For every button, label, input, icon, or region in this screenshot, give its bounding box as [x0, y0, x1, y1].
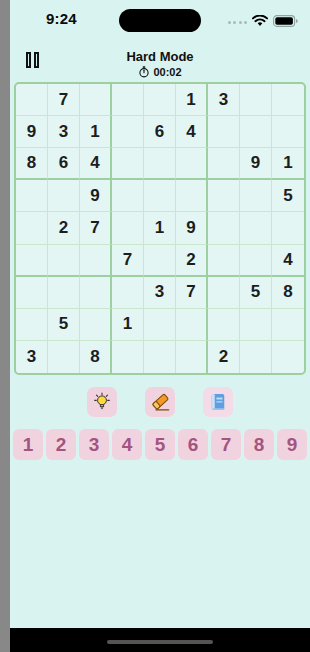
eraser-button[interactable]: [145, 387, 175, 417]
number-pad: 123456789: [13, 429, 307, 460]
sudoku-cell-r5c4[interactable]: [112, 212, 144, 244]
sudoku-cell-r1c9[interactable]: [272, 84, 304, 116]
sudoku-cell-r7c3[interactable]: [80, 277, 112, 309]
sudoku-cell-r3c9[interactable]: 1: [272, 148, 304, 180]
numpad-button-9[interactable]: 9: [277, 429, 307, 460]
sudoku-cell-r2c6[interactable]: 4: [176, 116, 208, 148]
numpad-button-6[interactable]: 6: [178, 429, 208, 460]
numpad-button-8[interactable]: 8: [244, 429, 274, 460]
numpad-button-2[interactable]: 2: [46, 429, 76, 460]
sudoku-cell-r8c7[interactable]: [208, 309, 240, 341]
sudoku-cell-r8c3[interactable]: [80, 309, 112, 341]
sudoku-cell-r8c8[interactable]: [240, 309, 272, 341]
sudoku-cell-r1c3[interactable]: [80, 84, 112, 116]
sudoku-cell-r7c6[interactable]: 7: [176, 277, 208, 309]
sudoku-cell-r9c5[interactable]: [144, 341, 176, 373]
timer-value: 00:02: [153, 66, 181, 78]
sudoku-cell-r6c9[interactable]: 4: [272, 245, 304, 277]
sudoku-cell-r7c2[interactable]: [48, 277, 80, 309]
sudoku-cell-r8c9[interactable]: [272, 309, 304, 341]
sudoku-cell-r6c8[interactable]: [240, 245, 272, 277]
tool-bar: [10, 387, 310, 417]
numpad-button-1[interactable]: 1: [13, 429, 43, 460]
sudoku-cell-r1c4[interactable]: [112, 84, 144, 116]
sudoku-cell-r4c3[interactable]: 9: [80, 180, 112, 212]
wifi-icon: [252, 13, 268, 31]
sudoku-cell-r8c4[interactable]: 1: [112, 309, 144, 341]
sudoku-cell-r5c5[interactable]: 1: [144, 212, 176, 244]
sudoku-cell-r6c6[interactable]: 2: [176, 245, 208, 277]
sudoku-cell-r5c2[interactable]: 2: [48, 212, 80, 244]
sudoku-cell-r8c1[interactable]: [16, 309, 48, 341]
sudoku-cell-r1c1[interactable]: [16, 84, 48, 116]
numpad-button-5[interactable]: 5: [145, 429, 175, 460]
sudoku-cell-r3c6[interactable]: [176, 148, 208, 180]
sudoku-cell-r8c5[interactable]: [144, 309, 176, 341]
sudoku-cell-r8c2[interactable]: 5: [48, 309, 80, 341]
sudoku-cell-r9c7[interactable]: 2: [208, 341, 240, 373]
mode-title: Hard Mode: [10, 44, 310, 64]
sudoku-cell-r6c4[interactable]: 7: [112, 245, 144, 277]
sudoku-cell-r9c9[interactable]: [272, 341, 304, 373]
status-time: 9:24: [46, 10, 77, 27]
game-header: Hard Mode 00:02: [10, 44, 310, 82]
eraser-icon: [149, 391, 171, 413]
sudoku-cell-r2c1[interactable]: 9: [16, 116, 48, 148]
sudoku-cell-r2c3[interactable]: 1: [80, 116, 112, 148]
sudoku-cell-r9c2[interactable]: [48, 341, 80, 373]
sudoku-cell-r4c9[interactable]: 5: [272, 180, 304, 212]
sudoku-cell-r4c4[interactable]: [112, 180, 144, 212]
cellular-signal-icon: [228, 21, 248, 24]
sudoku-cell-r1c7[interactable]: 3: [208, 84, 240, 116]
app-screen: 9:24 Hard Mode: [10, 0, 310, 652]
sudoku-cell-r7c7[interactable]: [208, 277, 240, 309]
sudoku-cell-r6c7[interactable]: [208, 245, 240, 277]
sudoku-cell-r1c8[interactable]: [240, 84, 272, 116]
lightbulb-icon: [92, 392, 112, 412]
sudoku-cell-r2c8[interactable]: [240, 116, 272, 148]
sudoku-cell-r9c6[interactable]: [176, 341, 208, 373]
sudoku-cell-r3c7[interactable]: [208, 148, 240, 180]
sudoku-cell-r2c4[interactable]: [112, 116, 144, 148]
sudoku-cell-r7c9[interactable]: 8: [272, 277, 304, 309]
numpad-button-7[interactable]: 7: [211, 429, 241, 460]
sudoku-cell-r1c2[interactable]: 7: [48, 84, 80, 116]
stopwatch-icon: [138, 66, 150, 78]
sudoku-board: 7139316486491952719724375851382: [14, 82, 306, 375]
sudoku-cell-r5c3[interactable]: 7: [80, 212, 112, 244]
sudoku-cell-r3c5[interactable]: [144, 148, 176, 180]
sudoku-cell-r5c6[interactable]: 9: [176, 212, 208, 244]
sudoku-cell-r4c1[interactable]: [16, 180, 48, 212]
dynamic-island: [119, 9, 201, 32]
sudoku-cell-r7c8[interactable]: 5: [240, 277, 272, 309]
timer: 00:02: [10, 66, 310, 78]
sudoku-cell-r5c8[interactable]: [240, 212, 272, 244]
sudoku-cell-r3c1[interactable]: 8: [16, 148, 48, 180]
home-indicator[interactable]: [107, 640, 213, 644]
sudoku-cell-r2c5[interactable]: 6: [144, 116, 176, 148]
battery-icon: [273, 13, 298, 31]
sudoku-cell-r8c6[interactable]: [176, 309, 208, 341]
sudoku-cell-r9c1[interactable]: 3: [16, 341, 48, 373]
sudoku-cell-r2c9[interactable]: [272, 116, 304, 148]
numpad-button-3[interactable]: 3: [79, 429, 109, 460]
sudoku-cell-r4c6[interactable]: [176, 180, 208, 212]
sudoku-cell-r5c1[interactable]: [16, 212, 48, 244]
sudoku-cell-r4c7[interactable]: [208, 180, 240, 212]
pause-icon: [26, 52, 31, 68]
numpad-button-4[interactable]: 4: [112, 429, 142, 460]
hint-button[interactable]: [87, 387, 117, 417]
home-bar: [10, 628, 310, 652]
sudoku-cell-r5c7[interactable]: [208, 212, 240, 244]
sudoku-cell-r4c8[interactable]: [240, 180, 272, 212]
pause-icon: [34, 52, 39, 68]
sudoku-cell-r9c3[interactable]: 8: [80, 341, 112, 373]
sudoku-cell-r1c6[interactable]: 1: [176, 84, 208, 116]
sudoku-cell-r3c4[interactable]: [112, 148, 144, 180]
sudoku-cell-r3c8[interactable]: 9: [240, 148, 272, 180]
sudoku-cell-r7c4[interactable]: [112, 277, 144, 309]
sudoku-cell-r5c9[interactable]: [272, 212, 304, 244]
sudoku-cell-r2c2[interactable]: 3: [48, 116, 80, 148]
sudoku-cell-r6c2[interactable]: [48, 245, 80, 277]
status-bar: 9:24: [10, 0, 310, 44]
pause-button[interactable]: [26, 52, 39, 68]
sudoku-cell-r6c3[interactable]: [80, 245, 112, 277]
sudoku-cell-r9c8[interactable]: [240, 341, 272, 373]
sudoku-cell-r7c1[interactable]: [16, 277, 48, 309]
sudoku-cell-r3c2[interactable]: 6: [48, 148, 80, 180]
notes-button[interactable]: [203, 387, 233, 417]
sudoku-cell-r1c5[interactable]: [144, 84, 176, 116]
sudoku-cell-r6c1[interactable]: [16, 245, 48, 277]
sudoku-cell-r3c3[interactable]: 4: [80, 148, 112, 180]
sudoku-cell-r6c5[interactable]: [144, 245, 176, 277]
sudoku-cell-r9c4[interactable]: [112, 341, 144, 373]
notebook-icon: [208, 392, 228, 412]
sudoku-cell-r4c5[interactable]: [144, 180, 176, 212]
sudoku-cell-r7c5[interactable]: 3: [144, 277, 176, 309]
sudoku-cell-r4c2[interactable]: [48, 180, 80, 212]
sudoku-cell-r2c7[interactable]: [208, 116, 240, 148]
